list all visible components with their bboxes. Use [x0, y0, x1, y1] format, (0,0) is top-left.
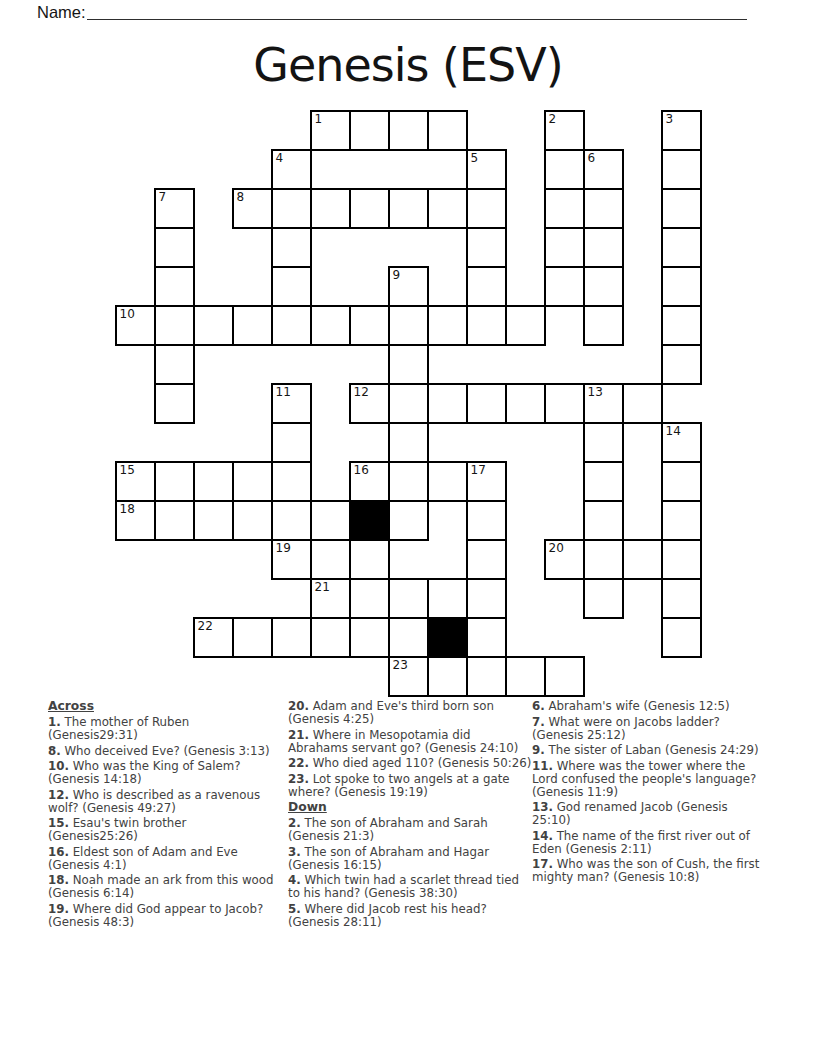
- grid-cell[interactable]: [466, 578, 507, 617]
- grid-cell[interactable]: [505, 656, 544, 697]
- grid-cell[interactable]: [583, 422, 624, 461]
- grid-cell[interactable]: [271, 422, 312, 461]
- grid-cell[interactable]: [583, 578, 624, 619]
- grid-cell[interactable]: [349, 305, 388, 346]
- grid-cell[interactable]: [427, 305, 466, 346]
- clue-across-16: 16. Eldest son of Adam and Eve (Genesis …: [48, 846, 276, 872]
- grid-cell[interactable]: [544, 656, 585, 697]
- grid-cell[interactable]: [505, 383, 544, 424]
- grid-cell[interactable]: [193, 305, 232, 346]
- down-heading: Down: [288, 801, 534, 814]
- grid-cell[interactable]: [427, 461, 466, 502]
- clue-number: 8.: [48, 744, 61, 758]
- grid-cell[interactable]: 10: [115, 305, 154, 346]
- cell-number: 16: [354, 464, 369, 476]
- clue-number: 15.: [48, 816, 69, 830]
- grid-cell[interactable]: [193, 500, 232, 541]
- clue-down-11: 11. Where was the tower where the Lord c…: [532, 760, 770, 799]
- clue-number: 9.: [532, 743, 545, 757]
- grid-cell[interactable]: [583, 461, 624, 500]
- grid-cell[interactable]: [271, 617, 310, 658]
- grid-cell[interactable]: [154, 461, 193, 500]
- grid-cell[interactable]: 9: [388, 266, 429, 305]
- grid-cell[interactable]: 11: [271, 383, 312, 422]
- clue-number: 19.: [48, 902, 69, 916]
- clue-number: 21.: [288, 728, 309, 742]
- grid-cell[interactable]: [310, 188, 349, 229]
- grid-cell[interactable]: [583, 266, 624, 305]
- grid-cell[interactable]: [388, 383, 427, 422]
- name-label: Name:: [37, 3, 86, 22]
- grid-cell[interactable]: 7: [154, 188, 195, 227]
- grid-cell[interactable]: [466, 617, 507, 656]
- cell-number: 20: [549, 542, 564, 554]
- grid-cell[interactable]: 22: [193, 617, 232, 658]
- crossword-grid: 1234567891011121314151617181920212223: [115, 110, 702, 697]
- grid-cell[interactable]: [466, 266, 507, 305]
- clue-across-21: 21. Where in Mesopotamia did Abrahams se…: [288, 729, 534, 755]
- grid-cell[interactable]: 3: [661, 110, 702, 149]
- clue-down-5: 5. Where did Jacob rest his head? (Genes…: [288, 903, 534, 929]
- grid-cell[interactable]: [661, 188, 702, 227]
- cell-number: 8: [237, 191, 245, 203]
- cell-number: 7: [159, 191, 167, 203]
- clue-number: 18.: [48, 873, 69, 887]
- black-cell: [349, 500, 388, 539]
- grid-cell[interactable]: [427, 383, 466, 424]
- grid-cell[interactable]: [232, 500, 271, 541]
- grid-cell[interactable]: 21: [310, 578, 349, 617]
- grid-cell[interactable]: [154, 500, 193, 541]
- grid-cell[interactable]: [232, 617, 271, 658]
- cell-number: 2: [549, 113, 557, 125]
- grid-cell[interactable]: [661, 539, 702, 578]
- clue-column-1: Across1. The mother of Ruben (Genesis29:…: [48, 700, 276, 931]
- cell-number: 1: [315, 113, 323, 125]
- clue-across-12: 12. Who is described as a ravenous wolf?…: [48, 789, 276, 815]
- grid-cell[interactable]: [349, 578, 388, 617]
- clue-number: 13.: [532, 800, 553, 814]
- grid-cell[interactable]: [388, 617, 427, 656]
- grid-cell[interactable]: [310, 305, 349, 346]
- grid-cell[interactable]: [154, 227, 195, 266]
- clue-number: 5.: [288, 902, 301, 916]
- crossword-worksheet: Name: Genesis (ESV) 12345678910111213141…: [0, 0, 816, 1056]
- clue-down-7: 7. What were on Jacobs ladder? (Genesis …: [532, 716, 770, 742]
- grid-cell[interactable]: [661, 227, 702, 266]
- grid-cell[interactable]: [427, 656, 466, 697]
- grid-cell[interactable]: [661, 305, 702, 344]
- grid-cell[interactable]: 8: [232, 188, 271, 229]
- clue-number: 6.: [532, 699, 545, 713]
- clue-number: 17.: [532, 857, 553, 871]
- across-heading: Across: [48, 700, 276, 713]
- grid-cell[interactable]: [466, 656, 505, 697]
- grid-cell[interactable]: [388, 500, 429, 541]
- grid-cell[interactable]: [349, 539, 390, 578]
- cell-number: 19: [276, 542, 291, 554]
- clue-down-4: 4. Which twin had a scarlet thread tied …: [288, 874, 534, 900]
- grid-cell[interactable]: [466, 539, 507, 578]
- clue-number: 2.: [288, 816, 301, 830]
- grid-cell[interactable]: [193, 461, 232, 500]
- cell-number: 23: [393, 659, 408, 671]
- clue-number: 3.: [288, 845, 301, 859]
- name-blank-line[interactable]: [87, 5, 747, 20]
- grid-cell[interactable]: 13: [583, 383, 622, 422]
- grid-cell[interactable]: [583, 227, 624, 266]
- puzzle-title: Genesis (ESV): [0, 40, 816, 90]
- grid-cell[interactable]: [583, 539, 622, 578]
- clue-column-3: 6. Abraham's wife (Genesis 12:5)7. What …: [532, 700, 770, 887]
- cell-number: 22: [198, 620, 213, 632]
- grid-cell[interactable]: [544, 266, 583, 307]
- clue-column-2: 20. Adam and Eve's third born son (Genes…: [288, 700, 534, 931]
- grid-cell[interactable]: [661, 617, 702, 658]
- grid-cell[interactable]: [427, 578, 466, 617]
- grid-cell[interactable]: [544, 227, 583, 266]
- grid-cell[interactable]: [583, 500, 624, 539]
- clue-down-13: 13. God renamed Jacob (Genesis 25:10): [532, 801, 770, 827]
- grid-cell[interactable]: 12: [349, 383, 388, 424]
- cell-number: 18: [120, 503, 135, 515]
- grid-cell[interactable]: [544, 149, 583, 188]
- grid-cell[interactable]: [388, 188, 427, 229]
- grid-cell[interactable]: [505, 305, 546, 346]
- cell-number: 5: [471, 152, 479, 164]
- cell-number: 15: [120, 464, 135, 476]
- clue-number: 16.: [48, 845, 69, 859]
- grid-cell[interactable]: 1: [310, 110, 349, 151]
- grid-cell[interactable]: [271, 305, 310, 346]
- cell-number: 6: [588, 152, 596, 164]
- clue-down-2: 2. The son of Abraham and Sarah (Genesis…: [288, 817, 534, 843]
- grid-cell[interactable]: 23: [388, 656, 427, 697]
- grid-cell[interactable]: 17: [466, 461, 507, 500]
- grid-cell[interactable]: 6: [583, 149, 624, 188]
- grid-cell[interactable]: [661, 149, 702, 188]
- clue-number: 4.: [288, 873, 301, 887]
- grid-cell[interactable]: [622, 383, 663, 424]
- grid-cell[interactable]: [661, 500, 702, 539]
- grid-cell[interactable]: [661, 578, 702, 617]
- clue-number: 7.: [532, 715, 545, 729]
- grid-cell[interactable]: [466, 500, 507, 539]
- clue-number: 20.: [288, 699, 309, 713]
- clue-down-17: 17. Who was the son of Cush, the first m…: [532, 858, 770, 884]
- cell-number: 10: [120, 308, 135, 320]
- grid-cell[interactable]: [349, 617, 388, 658]
- clue-number: 22.: [288, 756, 309, 770]
- clue-across-20: 20. Adam and Eve's third born son (Genes…: [288, 700, 534, 726]
- grid-cell[interactable]: 4: [271, 149, 312, 188]
- grid-cell[interactable]: [388, 461, 427, 500]
- grid-cell[interactable]: [466, 188, 507, 227]
- cell-number: 13: [588, 386, 603, 398]
- clue-number: 14.: [532, 829, 553, 843]
- grid-cell[interactable]: [271, 500, 310, 539]
- grid-cell[interactable]: [388, 305, 427, 344]
- grid-cell[interactable]: [427, 188, 466, 229]
- cell-number: 9: [393, 269, 401, 281]
- grid-cell[interactable]: [388, 344, 429, 383]
- grid-cell[interactable]: [154, 305, 193, 344]
- grid-cell[interactable]: [388, 578, 427, 617]
- cell-number: 11: [276, 386, 291, 398]
- clue-across-18: 18. Noah made an ark from this wood (Gen…: [48, 874, 276, 900]
- grid-cell[interactable]: [661, 266, 702, 305]
- cell-number: 14: [666, 425, 681, 437]
- grid-cell[interactable]: 14: [661, 422, 702, 461]
- grid-cell[interactable]: [310, 500, 349, 539]
- grid-cell[interactable]: [271, 461, 312, 500]
- clue-down-3: 3. The son of Abraham and Hagar (Genesis…: [288, 846, 534, 872]
- grid-cell[interactable]: 2: [544, 110, 585, 149]
- grid-cell[interactable]: [544, 383, 583, 424]
- grid-cell[interactable]: [349, 110, 388, 151]
- grid-cell[interactable]: [310, 539, 349, 578]
- grid-cell[interactable]: [271, 188, 310, 227]
- grid-cell[interactable]: 18: [115, 500, 154, 541]
- grid-cell[interactable]: 16: [349, 461, 388, 500]
- grid-cell[interactable]: 5: [466, 149, 507, 188]
- clue-across-8: 8. Who deceived Eve? (Genesis 3:13): [48, 745, 276, 758]
- clue-number: 11.: [532, 759, 553, 773]
- grid-cell[interactable]: [271, 266, 312, 305]
- grid-cell[interactable]: [310, 617, 349, 658]
- grid-cell[interactable]: [466, 305, 505, 346]
- grid-cell[interactable]: [154, 383, 195, 424]
- cell-number: 3: [666, 113, 674, 125]
- clue-across-22: 22. Who died aged 110? (Genesis 50:26): [288, 757, 534, 770]
- grid-cell[interactable]: [271, 227, 312, 266]
- clue-across-1: 1. The mother of Ruben (Genesis29:31): [48, 716, 276, 742]
- cell-number: 17: [471, 464, 486, 476]
- clue-down-6: 6. Abraham's wife (Genesis 12:5): [532, 700, 770, 713]
- grid-cell[interactable]: [388, 110, 427, 151]
- clue-number: 12.: [48, 788, 69, 802]
- cell-number: 21: [315, 581, 330, 593]
- cell-number: 4: [276, 152, 284, 164]
- grid-cell[interactable]: [466, 227, 507, 266]
- grid-cell[interactable]: [622, 539, 661, 580]
- black-cell: [427, 617, 466, 656]
- grid-cell[interactable]: [154, 344, 195, 383]
- clue-across-10: 10. Who was the King of Salem? (Genesis …: [48, 760, 276, 786]
- clue-number: 1.: [48, 715, 61, 729]
- grid-cell[interactable]: [232, 461, 271, 500]
- grid-cell[interactable]: [583, 188, 624, 227]
- grid-cell[interactable]: [661, 461, 702, 500]
- grid-cell[interactable]: [427, 110, 468, 151]
- clue-across-19: 19. Where did God appear to Jacob? (Gene…: [48, 903, 276, 929]
- grid-cell[interactable]: [583, 305, 624, 346]
- grid-cell[interactable]: [349, 188, 388, 229]
- grid-cell[interactable]: [388, 422, 429, 461]
- clue-number: 23.: [288, 772, 309, 786]
- grid-cell[interactable]: 20: [544, 539, 583, 580]
- clue-across-23: 23. Lot spoke to two angels at a gate wh…: [288, 773, 534, 799]
- grid-cell[interactable]: [466, 383, 505, 424]
- clue-down-14: 14. The name of the first river out of E…: [532, 830, 770, 856]
- grid-cell[interactable]: [544, 188, 583, 227]
- grid-cell[interactable]: [661, 344, 702, 385]
- clue-number: 10.: [48, 759, 69, 773]
- grid-cell[interactable]: [154, 266, 195, 305]
- clue-down-9: 9. The sister of Laban (Genesis 24:29): [532, 744, 770, 757]
- cell-number: 12: [354, 386, 369, 398]
- grid-cell[interactable]: 15: [115, 461, 154, 500]
- clue-across-15: 15. Esau's twin brother (Genesis25:26): [48, 817, 276, 843]
- grid-cell[interactable]: 19: [271, 539, 310, 580]
- grid-cell[interactable]: [232, 305, 271, 346]
